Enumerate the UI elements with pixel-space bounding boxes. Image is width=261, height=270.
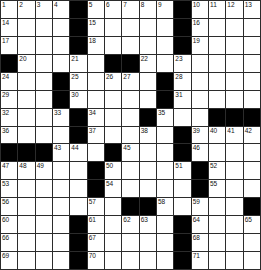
clue-number: 56 <box>2 198 9 206</box>
cell-r12c10[interactable]: 58 <box>157 198 173 215</box>
cell-r1c12[interactable]: 10 <box>192 1 208 18</box>
cell-r3c14[interactable] <box>226 37 242 54</box>
cell-r1c6[interactable]: 5 <box>88 1 104 18</box>
cell-r14c6[interactable]: 67 <box>88 234 104 251</box>
clue-number: 4 <box>54 1 58 9</box>
clue-number: 63 <box>141 216 148 224</box>
clue-number: 9 <box>158 1 162 9</box>
block-cell-r7c15 <box>244 109 260 126</box>
cell-r6c7[interactable] <box>105 91 121 108</box>
cell-r4c15[interactable] <box>244 55 260 72</box>
cell-r15c10[interactable] <box>157 252 173 269</box>
clue-number: 25 <box>71 73 78 81</box>
block-cell-r14c11 <box>174 234 190 251</box>
clue-number: 23 <box>175 55 182 63</box>
block-cell-r5c10 <box>157 73 173 90</box>
block-cell-r13c11 <box>174 216 190 233</box>
cell-r12c1[interactable]: 56 <box>1 198 17 215</box>
clue-number: 40 <box>210 127 217 135</box>
block-cell-r3c11 <box>174 37 190 54</box>
cell-r2c1[interactable]: 14 <box>1 19 17 36</box>
cell-r12c11[interactable] <box>174 198 190 215</box>
cell-r11c15[interactable] <box>244 180 260 197</box>
clue-number: 16 <box>193 19 200 27</box>
block-cell-r4c1 <box>1 55 17 72</box>
cell-r3c13[interactable] <box>209 37 225 54</box>
cell-r8c9[interactable]: 38 <box>140 127 156 144</box>
cell-r14c2[interactable] <box>18 234 34 251</box>
cell-r3c3[interactable] <box>36 37 52 54</box>
block-cell-r4c7 <box>105 55 121 72</box>
cell-r13c10[interactable] <box>157 216 173 233</box>
cell-r2c3[interactable] <box>36 19 52 36</box>
cell-r3c4[interactable] <box>53 37 69 54</box>
clue-number: 61 <box>89 216 96 224</box>
cell-r7c11[interactable] <box>174 109 190 126</box>
cell-r8c2[interactable] <box>18 127 34 144</box>
clue-number: 29 <box>2 91 9 99</box>
block-cell-r14c5 <box>70 234 86 251</box>
cell-r15c3[interactable] <box>36 252 52 269</box>
clue-number: 55 <box>210 180 217 188</box>
clue-number: 21 <box>71 55 78 63</box>
cell-r9c6[interactable] <box>88 144 104 161</box>
cell-r1c4[interactable]: 4 <box>53 1 69 18</box>
cell-r12c2[interactable] <box>18 198 34 215</box>
cell-r11c14[interactable] <box>226 180 242 197</box>
clue-number: 12 <box>227 1 234 9</box>
cell-r1c14[interactable]: 12 <box>226 1 242 18</box>
cell-r13c13[interactable] <box>209 216 225 233</box>
cell-r5c11[interactable]: 28 <box>174 73 190 90</box>
cell-r4c4[interactable] <box>53 55 69 72</box>
cell-r11c9[interactable] <box>140 180 156 197</box>
block-cell-r11c6 <box>88 180 104 197</box>
cell-r15c4[interactable] <box>53 252 69 269</box>
cell-r2c8[interactable] <box>122 19 138 36</box>
cell-r3c10[interactable] <box>157 37 173 54</box>
cell-r15c1[interactable]: 69 <box>1 252 17 269</box>
cell-r3c9[interactable] <box>140 37 156 54</box>
cell-r6c1[interactable]: 29 <box>1 91 17 108</box>
cell-r3c6[interactable]: 18 <box>88 37 104 54</box>
cell-r2c10[interactable] <box>157 19 173 36</box>
clue-number: 38 <box>141 127 148 135</box>
clue-number: 34 <box>89 109 96 117</box>
cell-r13c15[interactable]: 65 <box>244 216 260 233</box>
clue-number: 39 <box>193 127 200 135</box>
cell-r8c13[interactable]: 40 <box>209 127 225 144</box>
cell-r10c15[interactable] <box>244 162 260 179</box>
clue-number: 62 <box>123 216 130 224</box>
cell-r4c3[interactable] <box>36 55 52 72</box>
cell-r11c4[interactable] <box>53 180 69 197</box>
cell-r6c11[interactable]: 31 <box>174 91 190 108</box>
cell-r4c9[interactable]: 22 <box>140 55 156 72</box>
cell-r8c1[interactable]: 36 <box>1 127 17 144</box>
cell-r12c5[interactable] <box>70 198 86 215</box>
block-cell-r7c13 <box>209 109 225 126</box>
clue-number: 15 <box>89 19 96 27</box>
clue-number: 30 <box>71 91 78 99</box>
cell-r2c13[interactable] <box>209 19 225 36</box>
cell-r10c11[interactable]: 51 <box>174 162 190 179</box>
cell-r6c6[interactable] <box>88 91 104 108</box>
cell-r1c13[interactable]: 11 <box>209 1 225 18</box>
cell-r7c1[interactable]: 32 <box>1 109 17 126</box>
clue-number: 50 <box>106 162 113 170</box>
cell-r15c7[interactable] <box>105 252 121 269</box>
block-cell-r1c5 <box>70 1 86 18</box>
cell-r5c1[interactable]: 24 <box>1 73 17 90</box>
cell-r10c14[interactable] <box>226 162 242 179</box>
clue-number: 65 <box>245 216 252 224</box>
cell-r7c4[interactable]: 33 <box>53 109 69 126</box>
cell-r15c14[interactable] <box>226 252 242 269</box>
clue-number: 70 <box>89 252 96 260</box>
cell-r8c7[interactable] <box>105 127 121 144</box>
clue-number: 10 <box>193 1 200 9</box>
block-cell-r3c5 <box>70 37 86 54</box>
clue-number: 53 <box>2 180 9 188</box>
cell-r6c2[interactable] <box>18 91 34 108</box>
block-cell-r9c7 <box>105 144 121 161</box>
cell-r10c2[interactable]: 48 <box>18 162 34 179</box>
block-cell-r6c10 <box>157 91 173 108</box>
cell-r7c7[interactable] <box>105 109 121 126</box>
cell-r3c1[interactable]: 17 <box>1 37 17 54</box>
cell-r5c7[interactable]: 26 <box>105 73 121 90</box>
cell-r2c14[interactable] <box>226 19 242 36</box>
block-cell-r7c5 <box>70 109 86 126</box>
cell-r14c14[interactable] <box>226 234 242 251</box>
cell-r12c3[interactable] <box>36 198 52 215</box>
cell-r10c7[interactable]: 50 <box>105 162 121 179</box>
cell-r10c9[interactable] <box>140 162 156 179</box>
cell-r6c15[interactable] <box>244 91 260 108</box>
cell-r2c4[interactable] <box>53 19 69 36</box>
cell-r4c12[interactable] <box>192 55 208 72</box>
cell-r12c12[interactable]: 59 <box>192 198 208 215</box>
clue-number: 54 <box>106 180 113 188</box>
block-cell-r8c11 <box>174 127 190 144</box>
cell-r1c15[interactable]: 13 <box>244 1 260 18</box>
cell-r14c15[interactable] <box>244 234 260 251</box>
clue-number: 66 <box>2 234 9 242</box>
cell-r13c9[interactable]: 63 <box>140 216 156 233</box>
cell-r8c15[interactable]: 42 <box>244 127 260 144</box>
clue-number: 36 <box>2 127 9 135</box>
cell-r15c13[interactable] <box>209 252 225 269</box>
cell-r4c10[interactable] <box>157 55 173 72</box>
cell-r6c12[interactable] <box>192 91 208 108</box>
clue-number: 60 <box>2 216 9 224</box>
block-cell-r12c9 <box>140 198 156 215</box>
cell-r4c2[interactable]: 20 <box>18 55 34 72</box>
cell-r6c9[interactable] <box>140 91 156 108</box>
cell-r9c4[interactable]: 43 <box>53 144 69 161</box>
cell-r9c9[interactable] <box>140 144 156 161</box>
cell-r4c11[interactable]: 23 <box>174 55 190 72</box>
cell-r2c12[interactable]: 16 <box>192 19 208 36</box>
cell-r14c8[interactable] <box>122 234 138 251</box>
cell-r9c14[interactable] <box>226 144 242 161</box>
clue-number: 26 <box>106 73 113 81</box>
cell-r15c12[interactable]: 71 <box>192 252 208 269</box>
cell-r5c6[interactable] <box>88 73 104 90</box>
cell-r6c5[interactable]: 30 <box>70 91 86 108</box>
cell-r12c13[interactable] <box>209 198 225 215</box>
cell-r5c3[interactable] <box>36 73 52 90</box>
cell-r1c2[interactable]: 2 <box>18 1 34 18</box>
block-cell-r7c14 <box>226 109 242 126</box>
cell-r15c2[interactable] <box>18 252 34 269</box>
cell-r7c8[interactable] <box>122 109 138 126</box>
clue-number: 69 <box>2 252 9 260</box>
cell-r11c11[interactable] <box>174 180 190 197</box>
cell-r13c2[interactable] <box>18 216 34 233</box>
clue-number: 67 <box>89 234 96 242</box>
cell-r1c3[interactable]: 3 <box>36 1 52 18</box>
cell-r7c3[interactable] <box>36 109 52 126</box>
block-cell-r7c9 <box>140 109 156 126</box>
cell-r4c6[interactable] <box>88 55 104 72</box>
cell-r5c12[interactable] <box>192 73 208 90</box>
clue-number: 52 <box>210 162 217 170</box>
cell-r9c13[interactable] <box>209 144 225 161</box>
cell-r13c14[interactable] <box>226 216 242 233</box>
cell-r1c9[interactable]: 8 <box>140 1 156 18</box>
clue-number: 2 <box>19 1 23 9</box>
cell-r9c15[interactable] <box>244 144 260 161</box>
cell-r10c4[interactable] <box>53 162 69 179</box>
cell-r1c1[interactable]: 1 <box>1 1 17 18</box>
clue-number: 14 <box>2 19 9 27</box>
block-cell-r10c6 <box>88 162 104 179</box>
cell-r5c8[interactable]: 27 <box>122 73 138 90</box>
cell-r15c6[interactable]: 70 <box>88 252 104 269</box>
block-cell-r12c15 <box>244 198 260 215</box>
cell-r8c8[interactable] <box>122 127 138 144</box>
cell-r11c10[interactable] <box>157 180 173 197</box>
clue-number: 17 <box>2 37 9 45</box>
cell-r12c4[interactable] <box>53 198 69 215</box>
cell-r14c13[interactable] <box>209 234 225 251</box>
block-cell-r4c8 <box>122 55 138 72</box>
block-cell-r2c11 <box>174 19 190 36</box>
cell-r6c13[interactable] <box>209 91 225 108</box>
cell-r9c10[interactable] <box>157 144 173 161</box>
clue-number: 1 <box>2 1 6 9</box>
cell-r1c7[interactable]: 6 <box>105 1 121 18</box>
clue-number: 6 <box>106 1 110 9</box>
cell-r2c15[interactable] <box>244 19 260 36</box>
clue-number: 48 <box>19 162 26 170</box>
clue-number: 41 <box>227 127 234 135</box>
crossword-grid: 1234567891011121314151617181920212223242… <box>0 0 261 270</box>
clue-number: 45 <box>123 144 130 152</box>
cell-r14c10[interactable] <box>157 234 173 251</box>
clue-number: 58 <box>158 198 165 206</box>
cell-r11c5[interactable] <box>70 180 86 197</box>
cell-r14c7[interactable] <box>105 234 121 251</box>
cell-r5c9[interactable] <box>140 73 156 90</box>
cell-r5c13[interactable] <box>209 73 225 90</box>
cell-r9c5[interactable]: 44 <box>70 144 86 161</box>
clue-number: 59 <box>193 198 200 206</box>
block-cell-r9c11 <box>174 144 190 161</box>
cell-r9c12[interactable]: 46 <box>192 144 208 161</box>
cell-r2c6[interactable]: 15 <box>88 19 104 36</box>
cell-r10c13[interactable]: 52 <box>209 162 225 179</box>
cell-r10c10[interactable] <box>157 162 173 179</box>
cell-r11c7[interactable]: 54 <box>105 180 121 197</box>
clue-number: 37 <box>89 127 96 135</box>
clue-number: 19 <box>193 37 200 45</box>
cell-r4c13[interactable] <box>209 55 225 72</box>
cell-r7c12[interactable] <box>192 109 208 126</box>
block-cell-r15c11 <box>174 252 190 269</box>
cell-r4c14[interactable] <box>226 55 242 72</box>
cell-r15c15[interactable] <box>244 252 260 269</box>
cell-r1c10[interactable]: 9 <box>157 1 173 18</box>
cell-r5c14[interactable] <box>226 73 242 90</box>
cell-r8c6[interactable]: 37 <box>88 127 104 144</box>
cell-r7c10[interactable]: 35 <box>157 109 173 126</box>
clue-number: 31 <box>175 91 182 99</box>
clue-number: 35 <box>158 109 165 117</box>
cell-r11c2[interactable] <box>18 180 34 197</box>
cell-r3c12[interactable]: 19 <box>192 37 208 54</box>
cell-r13c1[interactable]: 60 <box>1 216 17 233</box>
block-cell-r1c11 <box>174 1 190 18</box>
cell-r8c14[interactable]: 41 <box>226 127 242 144</box>
cell-r2c9[interactable] <box>140 19 156 36</box>
block-cell-r9c2 <box>18 144 34 161</box>
cell-r7c6[interactable]: 34 <box>88 109 104 126</box>
clue-number: 22 <box>141 55 148 63</box>
clue-number: 8 <box>141 1 145 9</box>
cell-r3c7[interactable] <box>105 37 121 54</box>
cell-r11c13[interactable]: 55 <box>209 180 225 197</box>
cell-r15c8[interactable] <box>122 252 138 269</box>
clue-number: 11 <box>210 1 217 9</box>
cell-r14c9[interactable] <box>140 234 156 251</box>
clue-number: 18 <box>89 37 96 45</box>
block-cell-r6c4 <box>53 91 69 108</box>
clue-number: 33 <box>54 109 61 117</box>
block-cell-r2c5 <box>70 19 86 36</box>
block-cell-r11c12 <box>192 180 208 197</box>
clue-number: 42 <box>245 127 252 135</box>
cell-r13c6[interactable]: 61 <box>88 216 104 233</box>
clue-number: 3 <box>37 1 41 9</box>
cell-r13c7[interactable] <box>105 216 121 233</box>
block-cell-r15c5 <box>70 252 86 269</box>
cell-r10c8[interactable] <box>122 162 138 179</box>
cell-r3c2[interactable] <box>18 37 34 54</box>
cell-r1c8[interactable]: 7 <box>122 1 138 18</box>
cell-r2c7[interactable] <box>105 19 121 36</box>
cell-r12c14[interactable] <box>226 198 242 215</box>
clue-number: 47 <box>2 162 9 170</box>
cell-r10c1[interactable]: 47 <box>1 162 17 179</box>
clue-number: 71 <box>193 252 200 260</box>
cell-r11c3[interactable] <box>36 180 52 197</box>
cell-r8c4[interactable] <box>53 127 69 144</box>
cell-r6c14[interactable] <box>226 91 242 108</box>
cell-r7c2[interactable] <box>18 109 34 126</box>
cell-r5c2[interactable] <box>18 73 34 90</box>
cell-r13c3[interactable] <box>36 216 52 233</box>
block-cell-r13c5 <box>70 216 86 233</box>
block-cell-r9c3 <box>36 144 52 161</box>
cell-r8c3[interactable] <box>36 127 52 144</box>
block-cell-r5c4 <box>53 73 69 90</box>
clue-number: 24 <box>2 73 9 81</box>
clue-number: 7 <box>123 1 127 9</box>
cell-r6c3[interactable] <box>36 91 52 108</box>
cell-r8c10[interactable] <box>157 127 173 144</box>
clue-number: 57 <box>89 198 96 206</box>
cell-r14c4[interactable] <box>53 234 69 251</box>
cell-r11c8[interactable] <box>122 180 138 197</box>
cell-r9c8[interactable]: 45 <box>122 144 138 161</box>
cell-r12c7[interactable] <box>105 198 121 215</box>
clue-number: 49 <box>37 162 44 170</box>
cell-r13c12[interactable]: 64 <box>192 216 208 233</box>
cell-r2c2[interactable] <box>18 19 34 36</box>
clue-number: 27 <box>123 73 130 81</box>
cell-r11c1[interactable]: 53 <box>1 180 17 197</box>
clue-number: 44 <box>71 144 78 152</box>
cell-r6c8[interactable] <box>122 91 138 108</box>
clue-number: 51 <box>175 162 182 170</box>
cell-r15c9[interactable] <box>140 252 156 269</box>
clue-number: 64 <box>193 216 200 224</box>
block-cell-r10c12 <box>192 162 208 179</box>
cell-r10c5[interactable] <box>70 162 86 179</box>
cell-r3c15[interactable] <box>244 37 260 54</box>
cell-r12c6[interactable]: 57 <box>88 198 104 215</box>
cell-r5c5[interactable]: 25 <box>70 73 86 90</box>
cell-r5c15[interactable] <box>244 73 260 90</box>
cell-r13c8[interactable]: 62 <box>122 216 138 233</box>
clue-number: 28 <box>175 73 182 81</box>
cell-r13c4[interactable] <box>53 216 69 233</box>
cell-r14c12[interactable]: 68 <box>192 234 208 251</box>
clue-number: 46 <box>193 144 200 152</box>
clue-number: 43 <box>54 144 61 152</box>
cell-r4c5[interactable]: 21 <box>70 55 86 72</box>
block-cell-r8c5 <box>70 127 86 144</box>
clue-number: 68 <box>193 234 200 242</box>
cell-r10c3[interactable]: 49 <box>36 162 52 179</box>
cell-r8c12[interactable]: 39 <box>192 127 208 144</box>
block-cell-r12c8 <box>122 198 138 215</box>
clue-number: 20 <box>19 55 26 63</box>
cell-r14c1[interactable]: 66 <box>1 234 17 251</box>
clue-number: 13 <box>245 1 252 9</box>
cell-r3c8[interactable] <box>122 37 138 54</box>
clue-number: 32 <box>2 109 9 117</box>
block-cell-r9c1 <box>1 144 17 161</box>
clue-number: 5 <box>89 1 93 9</box>
cell-r14c3[interactable] <box>36 234 52 251</box>
